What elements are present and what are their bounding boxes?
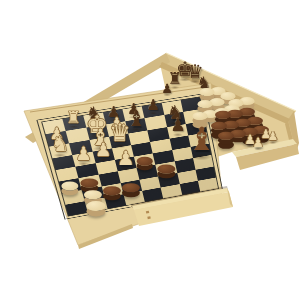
product-photo-stage: ♜♞♟♟♟♟♚♟♝♞♞♝♛♟♟♟♟♝♜♚♛♞♟♟♟♟♟: [0, 0, 300, 300]
drawer: [0, 0, 300, 300]
